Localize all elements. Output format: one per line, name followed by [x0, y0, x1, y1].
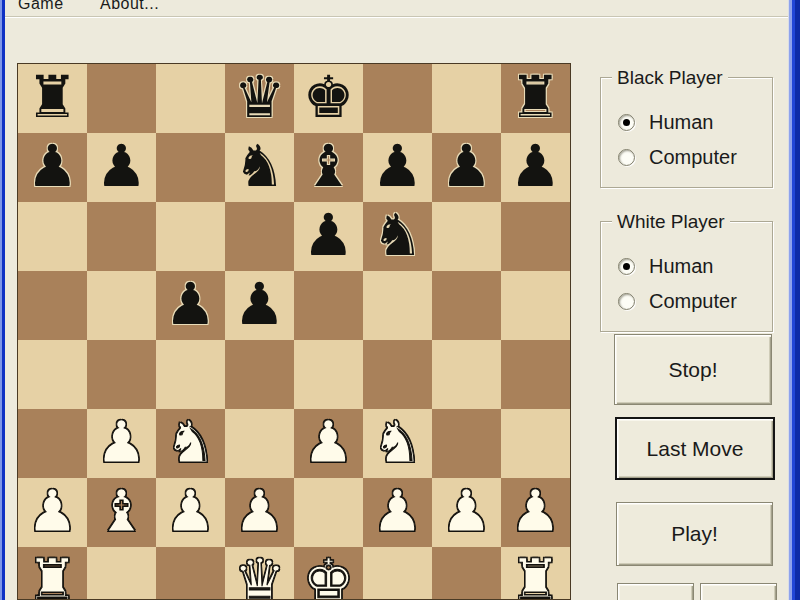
square-f3[interactable]: ♞: [363, 409, 432, 478]
bottom-left-button[interactable]: [617, 583, 694, 600]
white-computer-row: Computer: [618, 290, 737, 312]
square-f6[interactable]: ♞: [363, 202, 432, 271]
play-button[interactable]: Play!: [616, 502, 773, 566]
square-f2[interactable]: ♟: [363, 478, 432, 547]
square-d4[interactable]: [225, 340, 294, 409]
black-computer-radio[interactable]: [618, 149, 635, 166]
bottom-right-button[interactable]: [700, 583, 777, 600]
white-human-label[interactable]: Human: [649, 255, 713, 278]
app-window: { "game": "chess", "position": { "fen": …: [0, 0, 800, 600]
square-b6[interactable]: [87, 202, 156, 271]
white-human-radio[interactable]: [618, 258, 635, 275]
white-human-row: Human: [618, 255, 713, 277]
square-h5[interactable]: [501, 271, 570, 340]
piece-white-knight: ♞: [363, 409, 432, 478]
square-e2[interactable]: [294, 478, 363, 547]
black-human-label[interactable]: Human: [649, 111, 713, 134]
piece-white-queen: ♛: [225, 547, 294, 600]
square-f4[interactable]: [363, 340, 432, 409]
square-f5[interactable]: [363, 271, 432, 340]
square-a2[interactable]: ♟: [18, 478, 87, 547]
square-h8[interactable]: ♜: [501, 64, 570, 133]
square-g3[interactable]: [432, 409, 501, 478]
stop-button[interactable]: Stop!: [614, 334, 772, 405]
square-e7[interactable]: ♝: [294, 133, 363, 202]
piece-black-rook: ♜: [18, 64, 87, 133]
square-h7[interactable]: ♟: [501, 133, 570, 202]
square-f1[interactable]: [363, 547, 432, 600]
black-computer-label[interactable]: Computer: [649, 146, 737, 169]
square-g2[interactable]: ♟: [432, 478, 501, 547]
square-c2[interactable]: ♟: [156, 478, 225, 547]
square-d8[interactable]: ♛: [225, 64, 294, 133]
piece-white-pawn: ♟: [87, 409, 156, 478]
piece-white-pawn: ♟: [294, 409, 363, 478]
piece-black-pawn: ♟: [87, 133, 156, 202]
white-player-group: White Player Human Computer: [600, 221, 773, 332]
square-e6[interactable]: ♟: [294, 202, 363, 271]
piece-black-knight: ♞: [225, 133, 294, 202]
square-b5[interactable]: [87, 271, 156, 340]
square-b8[interactable]: [87, 64, 156, 133]
square-g4[interactable]: [432, 340, 501, 409]
piece-black-pawn: ♟: [432, 133, 501, 202]
square-b4[interactable]: [87, 340, 156, 409]
square-c8[interactable]: [156, 64, 225, 133]
black-human-row: Human: [618, 111, 713, 133]
piece-black-pawn: ♟: [225, 271, 294, 340]
square-g8[interactable]: [432, 64, 501, 133]
piece-black-king: ♚: [294, 64, 363, 133]
square-c7[interactable]: [156, 133, 225, 202]
menu-about[interactable]: About...: [100, 0, 159, 13]
piece-black-pawn: ♟: [501, 133, 570, 202]
square-h1[interactable]: ♜: [501, 547, 570, 600]
square-g1[interactable]: [432, 547, 501, 600]
white-computer-radio[interactable]: [618, 293, 635, 310]
piece-white-knight: ♞: [156, 409, 225, 478]
square-h3[interactable]: [501, 409, 570, 478]
square-e5[interactable]: [294, 271, 363, 340]
square-c1[interactable]: [156, 547, 225, 600]
square-b2[interactable]: ♝: [87, 478, 156, 547]
piece-white-rook: ♜: [18, 547, 87, 600]
square-h2[interactable]: ♟: [501, 478, 570, 547]
square-e8[interactable]: ♚: [294, 64, 363, 133]
black-human-radio[interactable]: [618, 114, 635, 131]
white-player-group-title: White Player: [612, 211, 730, 233]
square-g7[interactable]: ♟: [432, 133, 501, 202]
square-a6[interactable]: [18, 202, 87, 271]
square-d1[interactable]: ♛: [225, 547, 294, 600]
piece-black-pawn: ♟: [18, 133, 87, 202]
square-b1[interactable]: [87, 547, 156, 600]
piece-black-pawn: ♟: [363, 133, 432, 202]
square-a4[interactable]: [18, 340, 87, 409]
menu-game[interactable]: Game: [18, 0, 64, 13]
chess-board-frame: ♜♛♚♜♟♟♞♝♟♟♟♟♞♟♟♟♞♟♞♟♝♟♟♟♟♟♜♛♚♜: [17, 63, 571, 600]
piece-white-pawn: ♟: [363, 478, 432, 547]
square-f8[interactable]: [363, 64, 432, 133]
square-d2[interactable]: ♟: [225, 478, 294, 547]
piece-white-pawn: ♟: [225, 478, 294, 547]
black-computer-row: Computer: [618, 146, 737, 168]
square-c3[interactable]: ♞: [156, 409, 225, 478]
square-c5[interactable]: ♟: [156, 271, 225, 340]
square-b7[interactable]: ♟: [87, 133, 156, 202]
square-d5[interactable]: ♟: [225, 271, 294, 340]
square-e4[interactable]: [294, 340, 363, 409]
square-c6[interactable]: [156, 202, 225, 271]
piece-black-pawn: ♟: [156, 271, 225, 340]
piece-white-rook: ♜: [501, 547, 570, 600]
piece-black-rook: ♜: [501, 64, 570, 133]
piece-white-king: ♚: [294, 547, 363, 600]
square-h6[interactable]: [501, 202, 570, 271]
piece-black-bishop: ♝: [294, 133, 363, 202]
white-computer-label[interactable]: Computer: [649, 290, 737, 313]
window-border-right: [788, 0, 800, 600]
square-a8[interactable]: ♜: [18, 64, 87, 133]
square-f7[interactable]: ♟: [363, 133, 432, 202]
black-player-group: Black Player Human Computer: [600, 77, 773, 188]
square-a7[interactable]: ♟: [18, 133, 87, 202]
square-g6[interactable]: [432, 202, 501, 271]
piece-black-knight: ♞: [363, 202, 432, 271]
square-c4[interactable]: [156, 340, 225, 409]
menu-bar: Game About...: [5, 0, 788, 18]
square-h4[interactable]: [501, 340, 570, 409]
piece-white-pawn: ♟: [432, 478, 501, 547]
piece-white-pawn: ♟: [501, 478, 570, 547]
square-e3[interactable]: ♟: [294, 409, 363, 478]
square-d6[interactable]: [225, 202, 294, 271]
window-border-left: [0, 0, 5, 600]
square-d7[interactable]: ♞: [225, 133, 294, 202]
chess-board: ♜♛♚♜♟♟♞♝♟♟♟♟♞♟♟♟♞♟♞♟♝♟♟♟♟♟♜♛♚♜: [18, 64, 570, 600]
piece-black-pawn: ♟: [294, 202, 363, 271]
piece-white-pawn: ♟: [156, 478, 225, 547]
piece-black-queen: ♛: [225, 64, 294, 133]
square-g5[interactable]: [432, 271, 501, 340]
piece-white-pawn: ♟: [18, 478, 87, 547]
black-player-group-title: Black Player: [612, 67, 728, 89]
square-b3[interactable]: ♟: [87, 409, 156, 478]
piece-white-bishop: ♝: [87, 478, 156, 547]
square-a1[interactable]: ♜: [18, 547, 87, 600]
last-move-button[interactable]: Last Move: [615, 417, 775, 480]
square-d3[interactable]: [225, 409, 294, 478]
square-a3[interactable]: [18, 409, 87, 478]
square-a5[interactable]: [18, 271, 87, 340]
square-e1[interactable]: ♚: [294, 547, 363, 600]
